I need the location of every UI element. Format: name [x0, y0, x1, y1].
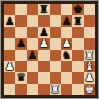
square-c3[interactable]	[27, 61, 38, 72]
square-f4[interactable]: ♞	[61, 50, 72, 61]
square-b2[interactable]: ♛	[15, 72, 26, 83]
square-a1[interactable]	[4, 84, 15, 95]
white-pawn-a3[interactable]: ♟	[4, 61, 15, 72]
square-d1[interactable]	[38, 84, 49, 95]
square-h6[interactable]	[84, 27, 95, 38]
square-h1[interactable]: ♚	[84, 84, 95, 95]
white-king-h1[interactable]: ♚	[84, 84, 95, 95]
square-e6[interactable]	[50, 27, 61, 38]
square-c6[interactable]	[27, 27, 38, 38]
square-a5[interactable]	[4, 38, 15, 49]
square-c5[interactable]	[27, 38, 38, 49]
chess-app-window: ♜♚♟♟♜♟♟♟♟♟♞♜♟♝♛♟♜♚	[0, 0, 99, 99]
square-c7[interactable]	[27, 15, 38, 26]
square-f7[interactable]: ♟	[61, 15, 72, 26]
white-rook-e1[interactable]: ♜	[50, 84, 61, 95]
square-d3[interactable]	[38, 61, 49, 72]
square-f3[interactable]	[61, 61, 72, 72]
black-pawn-f7[interactable]: ♟	[61, 15, 72, 26]
black-rook-g7[interactable]: ♜	[72, 15, 83, 26]
square-e8[interactable]	[50, 4, 61, 15]
square-e2[interactable]	[50, 72, 61, 83]
square-a2[interactable]	[4, 72, 15, 83]
square-a3[interactable]: ♟	[4, 61, 15, 72]
square-a8[interactable]	[4, 4, 15, 15]
square-c4[interactable]: ♟	[27, 50, 38, 61]
black-pawn-b5[interactable]: ♟	[15, 38, 26, 49]
square-g1[interactable]	[72, 84, 83, 95]
square-b7[interactable]	[15, 15, 26, 26]
square-g5[interactable]	[72, 38, 83, 49]
square-f2[interactable]	[61, 72, 72, 83]
square-a6[interactable]	[4, 27, 15, 38]
square-e3[interactable]	[50, 61, 61, 72]
square-h8[interactable]	[84, 4, 95, 15]
square-f5[interactable]: ♟	[61, 38, 72, 49]
square-d4[interactable]	[38, 50, 49, 61]
square-b4[interactable]	[15, 50, 26, 61]
white-pawn-h2[interactable]: ♟	[84, 72, 95, 83]
white-pawn-f5[interactable]: ♟	[61, 38, 72, 49]
square-h2[interactable]: ♟	[84, 72, 95, 83]
square-d5[interactable]: ♟	[38, 38, 49, 49]
square-b1[interactable]	[15, 84, 26, 95]
square-c1[interactable]	[27, 84, 38, 95]
square-b5[interactable]: ♟	[15, 38, 26, 49]
square-g8[interactable]: ♚	[72, 4, 83, 15]
square-f8[interactable]	[61, 4, 72, 15]
black-rook-d8[interactable]: ♜	[38, 4, 49, 15]
square-e4[interactable]	[50, 50, 61, 61]
square-h5[interactable]	[84, 38, 95, 49]
square-e7[interactable]	[50, 15, 61, 26]
black-knight-f4[interactable]: ♞	[61, 50, 72, 61]
black-pawn-c4[interactable]: ♟	[27, 50, 38, 61]
square-d2[interactable]	[38, 72, 49, 83]
board-frame: ♜♚♟♟♜♟♟♟♟♟♞♜♟♝♛♟♜♚	[1, 1, 98, 98]
square-c8[interactable]	[27, 4, 38, 15]
square-e5[interactable]	[50, 38, 61, 49]
square-g2[interactable]	[72, 72, 83, 83]
square-b8[interactable]	[15, 4, 26, 15]
square-h7[interactable]	[84, 15, 95, 26]
white-pawn-d5[interactable]: ♟	[38, 38, 49, 49]
black-pawn-a7[interactable]: ♟	[4, 15, 15, 26]
square-g3[interactable]	[72, 61, 83, 72]
black-king-g8[interactable]: ♚	[72, 4, 83, 15]
square-a7[interactable]: ♟	[4, 15, 15, 26]
square-g4[interactable]	[72, 50, 83, 61]
square-e1[interactable]: ♜	[50, 84, 61, 95]
square-c2[interactable]	[27, 72, 38, 83]
square-g7[interactable]: ♜	[72, 15, 83, 26]
black-queen-b2[interactable]: ♛	[15, 72, 26, 83]
chess-board: ♜♚♟♟♜♟♟♟♟♟♞♜♟♝♛♟♜♚	[4, 4, 95, 95]
square-d8[interactable]: ♜	[38, 4, 49, 15]
square-g6[interactable]	[72, 27, 83, 38]
square-f1[interactable]	[61, 84, 72, 95]
